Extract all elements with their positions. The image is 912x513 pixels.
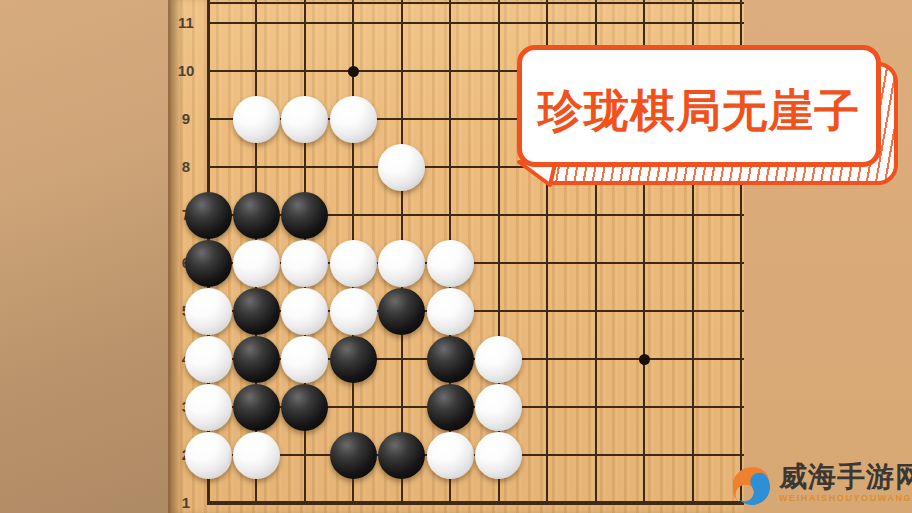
- star-point: [348, 66, 359, 77]
- black-stone[interactable]: [233, 336, 280, 383]
- white-stone[interactable]: [330, 288, 377, 335]
- grid-hline: [207, 22, 744, 24]
- white-stone[interactable]: [281, 240, 328, 287]
- black-stone[interactable]: [330, 432, 377, 479]
- watermark: 威海手游网 WEIHAISHOUYOUWANG: [733, 461, 912, 508]
- speech-bubble: 珍珑棋局无崖子: [517, 45, 881, 167]
- white-stone[interactable]: [233, 240, 280, 287]
- row-label: 1: [170, 492, 202, 513]
- grid-hline: [207, 501, 744, 505]
- black-stone[interactable]: [185, 240, 232, 287]
- white-stone[interactable]: [475, 384, 522, 431]
- background-left-blur: [0, 0, 176, 513]
- white-stone[interactable]: [330, 96, 377, 143]
- screenshot-root: 1110987654321 珍珑棋局无崖子 威海手游网 WEIHAISHOUYO…: [0, 0, 912, 513]
- watermark-site-name-romanized: WEIHAISHOUYOUWANG: [779, 493, 912, 503]
- black-stone[interactable]: [378, 432, 425, 479]
- grid-hline-top-cut: [207, 2, 744, 4]
- watermark-site-name: 威海手游网: [779, 461, 912, 493]
- white-stone[interactable]: [185, 432, 232, 479]
- watermark-logo-icon: [733, 466, 771, 508]
- star-point: [639, 354, 650, 365]
- white-stone[interactable]: [427, 432, 474, 479]
- white-stone[interactable]: [233, 96, 280, 143]
- white-stone[interactable]: [281, 288, 328, 335]
- white-stone[interactable]: [378, 240, 425, 287]
- speech-bubble-text: 珍珑棋局无崖子: [538, 81, 860, 141]
- black-stone[interactable]: [233, 384, 280, 431]
- black-stone[interactable]: [427, 336, 474, 383]
- black-stone[interactable]: [185, 192, 232, 239]
- row-label: 10: [170, 60, 202, 82]
- white-stone[interactable]: [233, 432, 280, 479]
- white-stone[interactable]: [185, 384, 232, 431]
- white-stone[interactable]: [185, 288, 232, 335]
- black-stone[interactable]: [330, 336, 377, 383]
- white-stone[interactable]: [281, 336, 328, 383]
- row-label: 11: [170, 12, 202, 34]
- black-stone[interactable]: [427, 384, 474, 431]
- row-label: 9: [170, 108, 202, 130]
- row-label: 8: [170, 156, 202, 178]
- white-stone[interactable]: [330, 240, 377, 287]
- white-stone[interactable]: [475, 336, 522, 383]
- black-stone[interactable]: [281, 384, 328, 431]
- white-stone[interactable]: [185, 336, 232, 383]
- white-stone[interactable]: [427, 240, 474, 287]
- black-stone[interactable]: [233, 288, 280, 335]
- white-stone[interactable]: [475, 432, 522, 479]
- black-stone[interactable]: [281, 192, 328, 239]
- black-stone[interactable]: [233, 192, 280, 239]
- black-stone[interactable]: [378, 288, 425, 335]
- watermark-text: 威海手游网 WEIHAISHOUYOUWANG: [779, 461, 912, 503]
- white-stone[interactable]: [427, 288, 474, 335]
- white-stone[interactable]: [378, 144, 425, 191]
- white-stone[interactable]: [281, 96, 328, 143]
